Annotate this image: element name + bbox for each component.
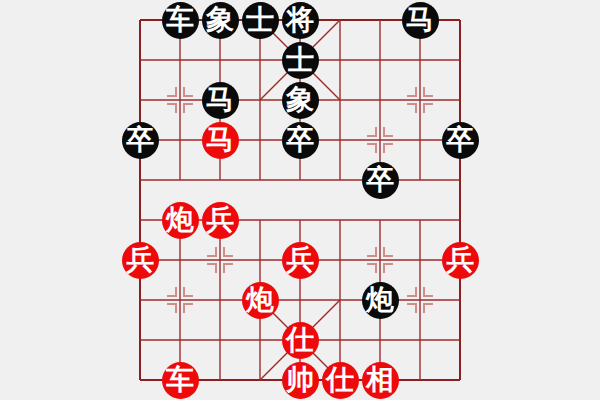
piece-black-horse[interactable]: 马: [402, 2, 439, 39]
point-marker: [407, 304, 416, 313]
piece-red-advisor[interactable]: 仕: [282, 322, 319, 359]
point-marker: [384, 144, 393, 153]
point-marker: [184, 287, 193, 296]
point-marker: [384, 127, 393, 136]
point-marker: [184, 104, 193, 113]
point-marker: [167, 304, 176, 313]
piece-black-soldier[interactable]: 卒: [122, 122, 159, 159]
point-marker: [424, 287, 433, 296]
point-marker: [184, 87, 193, 96]
point-marker: [207, 264, 216, 273]
piece-black-general[interactable]: 将: [282, 2, 319, 39]
piece-black-horse[interactable]: 马: [202, 82, 239, 119]
point-marker: [424, 304, 433, 313]
point-marker: [424, 87, 433, 96]
piece-red-elephant[interactable]: 相: [362, 362, 399, 399]
piece-black-cannon[interactable]: 炮: [362, 282, 399, 319]
point-marker: [407, 104, 416, 113]
piece-red-chariot[interactable]: 车: [162, 362, 199, 399]
point-marker: [167, 104, 176, 113]
piece-red-general[interactable]: 帅: [282, 362, 319, 399]
point-marker: [367, 247, 376, 256]
point-marker: [424, 104, 433, 113]
piece-black-chariot[interactable]: 车: [162, 2, 199, 39]
point-marker: [207, 247, 216, 256]
point-marker: [224, 264, 233, 273]
point-marker: [407, 287, 416, 296]
piece-red-soldier[interactable]: 兵: [122, 242, 159, 279]
xiangqi-board[interactable]: 车象士将马士马象卒卒卒卒炮马炮兵兵兵兵炮仕车帅仕相: [120, 0, 480, 400]
point-marker: [384, 247, 393, 256]
piece-black-soldier[interactable]: 卒: [282, 122, 319, 159]
point-marker: [224, 247, 233, 256]
point-marker: [184, 304, 193, 313]
point-marker: [167, 87, 176, 96]
piece-red-cannon[interactable]: 炮: [162, 202, 199, 239]
piece-black-soldier[interactable]: 卒: [362, 162, 399, 199]
piece-red-soldier[interactable]: 兵: [202, 202, 239, 239]
point-marker: [407, 87, 416, 96]
stage: 车象士将马士马象卒卒卒卒炮马炮兵兵兵兵炮仕车帅仕相: [0, 0, 600, 400]
piece-black-elephant[interactable]: 象: [282, 82, 319, 119]
point-marker: [367, 127, 376, 136]
piece-red-advisor[interactable]: 仕: [322, 362, 359, 399]
point-marker: [384, 264, 393, 273]
point-marker: [367, 144, 376, 153]
point-marker: [167, 287, 176, 296]
piece-red-cannon[interactable]: 炮: [242, 282, 279, 319]
piece-black-soldier[interactable]: 卒: [442, 122, 479, 159]
piece-black-advisor[interactable]: 士: [282, 42, 319, 79]
piece-red-horse[interactable]: 马: [202, 122, 239, 159]
piece-black-advisor[interactable]: 士: [242, 2, 279, 39]
piece-red-soldier[interactable]: 兵: [442, 242, 479, 279]
piece-black-elephant[interactable]: 象: [202, 2, 239, 39]
piece-red-soldier[interactable]: 兵: [282, 242, 319, 279]
point-marker: [367, 264, 376, 273]
